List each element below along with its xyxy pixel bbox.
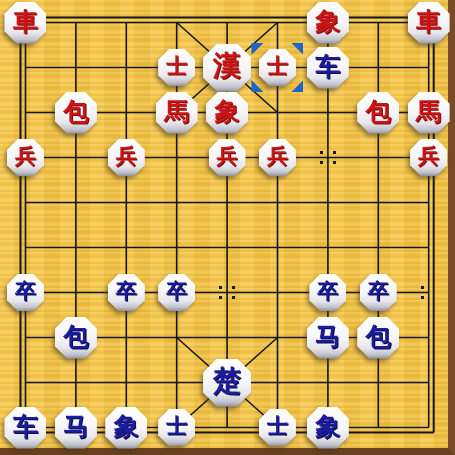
piece-glyph: 卒 — [15, 281, 36, 302]
piece-face: 馬 — [156, 92, 198, 134]
piece-glyph: 漢 — [213, 52, 241, 80]
piece-red-p[interactable]: 兵 — [209, 139, 246, 176]
piece-face: 包 — [357, 92, 399, 134]
piece-blue-e[interactable]: 象 — [307, 407, 349, 449]
piece-face: 兵 — [209, 139, 246, 176]
piece-face: 馬 — [408, 92, 450, 134]
piece-blue-p[interactable]: 卒 — [158, 274, 195, 311]
junction-dot — [320, 161, 323, 164]
junction-dot — [232, 296, 235, 299]
piece-glyph: 士 — [166, 416, 187, 437]
piece-face: 士 — [158, 49, 195, 86]
piece-face: 车 — [4, 407, 46, 449]
piece-face: 车 — [307, 47, 349, 89]
piece-red-h[interactable]: 馬 — [156, 92, 198, 134]
piece-glyph: 象 — [315, 9, 340, 34]
junction-dot — [219, 296, 222, 299]
junction-dot — [219, 286, 222, 289]
piece-glyph: 兵 — [217, 146, 238, 167]
piece-glyph: 包 — [366, 324, 391, 349]
piece-face: 士 — [259, 49, 296, 86]
junction-dot — [421, 296, 424, 299]
junction-dot — [320, 151, 323, 154]
piece-blue-h[interactable]: 马 — [307, 317, 349, 359]
piece-red-p[interactable]: 兵 — [108, 139, 145, 176]
piece-face: 楚 — [203, 359, 251, 407]
piece-blue-p[interactable]: 卒 — [309, 274, 346, 311]
piece-blue-p[interactable]: 卒 — [360, 274, 397, 311]
piece-red-c[interactable]: 包 — [55, 92, 97, 134]
piece-face: 象 — [307, 407, 349, 449]
piece-glyph: 士 — [166, 56, 187, 77]
piece-blue-c[interactable]: 包 — [357, 317, 399, 359]
piece-red-e[interactable]: 象 — [307, 2, 349, 44]
piece-blue-a[interactable]: 士 — [259, 409, 296, 446]
piece-face: 卒 — [360, 274, 397, 311]
piece-blue-c[interactable]: 包 — [55, 317, 97, 359]
piece-red-p[interactable]: 兵 — [7, 139, 44, 176]
piece-glyph: 士 — [267, 56, 288, 77]
piece-glyph: 兵 — [116, 146, 137, 167]
piece-face: 象 — [206, 92, 248, 134]
piece-face: 马 — [307, 317, 349, 359]
piece-glyph: 车 — [13, 414, 38, 439]
janggi-screenshot: 車象車士漢士车包馬象包馬兵兵兵兵兵卒卒卒卒卒包马包楚车马象士士象 — [0, 0, 455, 455]
piece-face: 士 — [158, 409, 195, 446]
piece-glyph: 卒 — [317, 281, 338, 302]
piece-glyph: 馬 — [164, 99, 189, 124]
piece-face: 兵 — [259, 139, 296, 176]
piece-blue-p[interactable]: 卒 — [7, 274, 44, 311]
piece-face: 車 — [4, 2, 46, 44]
piece-face: 包 — [55, 317, 97, 359]
piece-glyph: 象 — [114, 414, 139, 439]
piece-red-p[interactable]: 兵 — [410, 139, 447, 176]
piece-glyph: 卒 — [368, 281, 389, 302]
piece-glyph: 象 — [215, 99, 240, 124]
piece-red-c[interactable]: 包 — [357, 92, 399, 134]
junction-marker — [218, 285, 236, 300]
piece-red-p[interactable]: 兵 — [259, 139, 296, 176]
junction-marker — [420, 285, 438, 300]
piece-face: 马 — [55, 407, 97, 449]
piece-glyph: 马 — [63, 414, 88, 439]
piece-glyph: 兵 — [15, 146, 36, 167]
piece-face: 兵 — [410, 139, 447, 176]
piece-glyph: 包 — [63, 324, 88, 349]
piece-blue-k[interactable]: 楚 — [203, 359, 251, 407]
piece-glyph: 车 — [315, 54, 340, 79]
junction-dot — [421, 286, 424, 289]
piece-blue-e[interactable]: 象 — [105, 407, 147, 449]
piece-glyph: 卒 — [116, 281, 137, 302]
piece-red-a[interactable]: 士 — [158, 49, 195, 86]
piece-face: 車 — [408, 2, 450, 44]
piece-glyph: 士 — [267, 416, 288, 437]
piece-glyph: 馬 — [416, 99, 441, 124]
piece-glyph: 兵 — [418, 146, 439, 167]
piece-glyph: 卒 — [166, 281, 187, 302]
piece-red-r[interactable]: 車 — [4, 2, 46, 44]
piece-face: 漢 — [203, 44, 251, 92]
board-layers: 車象車士漢士车包馬象包馬兵兵兵兵兵卒卒卒卒卒包马包楚车马象士士象 — [0, 0, 454, 450]
piece-face: 士 — [259, 409, 296, 446]
piece-glyph: 马 — [315, 324, 340, 349]
piece-face: 卒 — [108, 274, 145, 311]
piece-glyph: 楚 — [213, 367, 241, 395]
piece-blue-r[interactable]: 车 — [4, 407, 46, 449]
janggi-board[interactable]: 車象車士漢士车包馬象包馬兵兵兵兵兵卒卒卒卒卒包马包楚车马象士士象 — [0, 0, 455, 455]
piece-blue-p[interactable]: 卒 — [108, 274, 145, 311]
piece-glyph: 車 — [416, 9, 441, 34]
junction-marker — [319, 150, 337, 165]
piece-red-a[interactable]: 士 — [259, 49, 296, 86]
piece-red-h[interactable]: 馬 — [408, 92, 450, 134]
piece-face: 卒 — [158, 274, 195, 311]
piece-glyph: 車 — [13, 9, 38, 34]
junction-dot — [232, 286, 235, 289]
piece-face: 象 — [105, 407, 147, 449]
piece-red-r[interactable]: 車 — [408, 2, 450, 44]
piece-glyph: 兵 — [267, 146, 288, 167]
piece-glyph: 象 — [315, 414, 340, 439]
junction-dot — [333, 161, 336, 164]
piece-red-e[interactable]: 象 — [206, 92, 248, 134]
piece-face: 兵 — [7, 139, 44, 176]
piece-red-k[interactable]: 漢 — [203, 44, 251, 92]
piece-face: 卒 — [309, 274, 346, 311]
piece-blue-r[interactable]: 车 — [307, 47, 349, 89]
piece-face: 包 — [55, 92, 97, 134]
piece-glyph: 包 — [366, 99, 391, 124]
piece-face: 包 — [357, 317, 399, 359]
piece-blue-a[interactable]: 士 — [158, 409, 195, 446]
piece-face: 兵 — [108, 139, 145, 176]
piece-face: 卒 — [7, 274, 44, 311]
piece-face: 象 — [307, 2, 349, 44]
piece-glyph: 包 — [63, 99, 88, 124]
junction-dot — [333, 151, 336, 154]
piece-blue-h[interactable]: 马 — [55, 407, 97, 449]
